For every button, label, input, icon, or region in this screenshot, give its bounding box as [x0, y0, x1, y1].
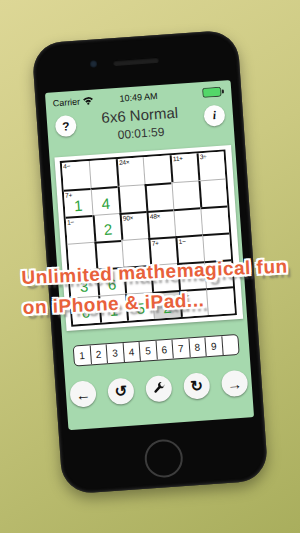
- carrier-label: Carrier: [52, 96, 80, 108]
- board-cell[interactable]: [118, 184, 147, 213]
- numpad-key-3[interactable]: 3: [107, 343, 125, 363]
- board-cell[interactable]: 2: [93, 213, 122, 242]
- forward-button[interactable]: →: [221, 370, 249, 398]
- info-button-label: i: [212, 108, 216, 123]
- help-button-label: ?: [62, 119, 70, 133]
- numpad-key-9[interactable]: 9: [205, 336, 223, 356]
- undo-icon: ↺: [114, 382, 128, 401]
- back-button[interactable]: ←: [69, 380, 97, 408]
- cage-label: 1−: [178, 237, 185, 244]
- cage-label: 4−: [63, 162, 70, 169]
- board-cell[interactable]: 7+1: [64, 188, 93, 217]
- numpad-key-blank[interactable]: [222, 335, 239, 355]
- board-cell[interactable]: 24×: [116, 157, 145, 186]
- board-cell[interactable]: 1−: [66, 215, 95, 244]
- numpad-key-2[interactable]: 2: [90, 344, 108, 364]
- board-cell[interactable]: [89, 159, 118, 188]
- cage-label: 90×: [123, 214, 134, 222]
- board-cell[interactable]: 4−: [62, 161, 91, 190]
- redo-icon: ↻: [190, 377, 204, 396]
- cage-label: 1−: [67, 218, 74, 225]
- number-pad: 123456789: [73, 334, 240, 367]
- cage-label: 7+: [151, 239, 158, 246]
- bottom-toolbar: ←↺↻→: [69, 370, 248, 408]
- board-cell[interactable]: 4: [91, 186, 120, 215]
- cage-label: 3÷: [200, 153, 207, 160]
- clock-time: 10:49 AM: [108, 90, 169, 104]
- wrench-icon: [151, 381, 166, 396]
- cell-value: 1: [64, 190, 93, 217]
- numpad-key-8[interactable]: 8: [189, 337, 207, 357]
- cage-label: 11+: [173, 154, 183, 162]
- numpad-key-5[interactable]: 5: [140, 341, 158, 361]
- back-icon: ←: [75, 385, 91, 403]
- board-cell[interactable]: 90×: [120, 211, 149, 240]
- cell-value: 2: [95, 214, 122, 242]
- board-cell[interactable]: [198, 179, 227, 208]
- front-camera-icon: [90, 60, 97, 67]
- marketing-caption: Unlimited mathemagical fun on iPhone & i…: [0, 250, 300, 324]
- board-cell[interactable]: 48×: [146, 209, 175, 238]
- cell-value: 4: [92, 188, 120, 215]
- board-cell[interactable]: 3÷: [197, 152, 226, 181]
- numpad-key-1[interactable]: 1: [74, 345, 92, 365]
- tools-button[interactable]: [145, 375, 173, 403]
- undo-button[interactable]: ↺: [107, 377, 135, 405]
- board-cell[interactable]: 11+: [170, 153, 199, 182]
- forward-icon: →: [227, 374, 243, 392]
- wifi-icon: [82, 96, 94, 106]
- redo-button[interactable]: ↻: [183, 372, 211, 400]
- home-button[interactable]: [143, 438, 184, 479]
- numpad-key-4[interactable]: 4: [123, 342, 141, 362]
- cage-label: 24×: [119, 158, 130, 166]
- board-cell[interactable]: [145, 182, 174, 211]
- numpad-key-7[interactable]: 7: [172, 338, 190, 358]
- earpiece-speaker: [113, 57, 159, 66]
- board-cell[interactable]: [171, 180, 200, 209]
- numpad-key-6[interactable]: 6: [156, 340, 174, 360]
- board-cell[interactable]: [200, 205, 229, 234]
- board-cell[interactable]: [143, 155, 172, 184]
- cage-label: 48×: [150, 212, 161, 220]
- board-cell[interactable]: [173, 207, 202, 236]
- battery-icon: [202, 86, 225, 98]
